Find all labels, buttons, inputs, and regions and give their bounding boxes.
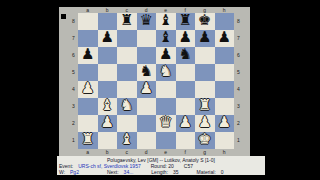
square-a1: ♜	[78, 132, 98, 149]
file-label-a: a	[78, 149, 98, 155]
square-c5	[117, 64, 137, 81]
rank-label-7: 7	[70, 30, 77, 47]
rank-label-8: 8	[70, 13, 77, 30]
chess-board: ♜♛♝♜♚♟♝♟♟♟♟♟♞♞♞♟♟♝♞♜♟♛♟♟♟♜♝♚	[78, 13, 234, 149]
square-c6	[117, 47, 137, 64]
rank-label-2: 2	[70, 115, 77, 132]
black-pawn-b7: ♟	[101, 30, 114, 45]
black-pawn-h7: ♟	[218, 30, 231, 45]
rank-labels-left: 87654321	[70, 13, 77, 149]
rank-labels-right: 87654321	[235, 13, 242, 149]
file-labels-bottom: abcdefgh	[78, 149, 234, 155]
black-rook-f8: ♜	[179, 13, 192, 28]
rank-label-8: 8	[235, 13, 242, 30]
square-e2: ♛	[156, 115, 176, 132]
square-d7	[137, 30, 157, 47]
black-pawn-g7: ♟	[198, 30, 211, 45]
white-rook-g3: ♜	[198, 98, 211, 113]
black-knight-d5: ♞	[140, 64, 153, 79]
status-line: W:Pg2Next:34...Length:35Material:0	[57, 169, 265, 175]
black-king-g8: ♚	[198, 13, 211, 28]
file-label-g: g	[195, 149, 215, 155]
square-b1	[98, 132, 118, 149]
file-label-f: f	[176, 149, 196, 155]
square-f4	[176, 81, 196, 98]
square-c1: ♝	[117, 132, 137, 149]
black-pawn-f7: ♟	[179, 30, 192, 45]
square-d4: ♟	[137, 81, 157, 98]
square-a4: ♟	[78, 81, 98, 98]
square-a8	[78, 13, 98, 30]
black-to-move-indicator	[61, 14, 66, 19]
rank-label-6: 6	[70, 47, 77, 64]
square-g6	[195, 47, 215, 64]
square-h7: ♟	[215, 30, 235, 47]
square-g7: ♟	[195, 30, 215, 47]
white-bishop-c1: ♝	[120, 132, 133, 147]
material-value: 0	[221, 169, 224, 175]
rank-label-3: 3	[70, 98, 77, 115]
square-c7	[117, 30, 137, 47]
white-pawn-h2: ♟	[218, 115, 231, 130]
rank-label-4: 4	[235, 81, 242, 98]
white-pawn-f2: ♟	[179, 115, 192, 130]
next-label: Next:	[107, 169, 119, 175]
square-c8: ♜	[117, 13, 137, 30]
file-label-e: e	[156, 149, 176, 155]
square-d2	[137, 115, 157, 132]
square-d1	[137, 132, 157, 149]
black-pawn-a6: ♟	[81, 47, 94, 62]
square-f5	[176, 64, 196, 81]
rank-label-2: 2	[235, 115, 242, 132]
rank-label-1: 1	[235, 132, 242, 149]
square-b2: ♟	[98, 115, 118, 132]
white-pawn-g2: ♟	[198, 115, 211, 130]
square-b5	[98, 64, 118, 81]
file-label-d: d	[137, 149, 157, 155]
white-label: W:	[59, 169, 65, 175]
square-e5: ♞	[156, 64, 176, 81]
square-a6: ♟	[78, 47, 98, 64]
caption-panel: Polugaevsky, Lev [GM] -- Lutikov, Anatol…	[57, 156, 265, 175]
rank-label-7: 7	[235, 30, 242, 47]
black-rook-c8: ♜	[120, 13, 133, 28]
file-label-c: c	[117, 149, 137, 155]
square-a3	[78, 98, 98, 115]
rank-label-5: 5	[235, 64, 242, 81]
rank-label-1: 1	[70, 132, 77, 149]
white-pawn-d4: ♟	[140, 81, 153, 96]
square-b7: ♟	[98, 30, 118, 47]
black-knight-f6: ♞	[179, 47, 192, 62]
file-label-h: h	[215, 149, 235, 155]
square-e4	[156, 81, 176, 98]
square-f2: ♟	[176, 115, 196, 132]
square-h1	[215, 132, 235, 149]
square-b6	[98, 47, 118, 64]
white-knight-e5: ♞	[159, 64, 172, 79]
white-knight-c3: ♞	[120, 98, 133, 113]
square-h4	[215, 81, 235, 98]
rank-label-5: 5	[70, 64, 77, 81]
square-d8: ♛	[137, 13, 157, 30]
rank-label-3: 3	[235, 98, 242, 115]
length-value: 35	[173, 169, 179, 175]
white-king-g1: ♚	[198, 132, 211, 147]
black-queen-d8: ♛	[140, 13, 153, 28]
white-queen-e2: ♛	[159, 115, 172, 130]
rank-label-4: 4	[70, 81, 77, 98]
square-c3: ♞	[117, 98, 137, 115]
file-label-b: b	[98, 149, 118, 155]
square-h5	[215, 64, 235, 81]
length-label: Length:	[151, 169, 168, 175]
black-bishop-e8: ♝	[159, 13, 172, 28]
next-value: 34...	[124, 169, 134, 175]
black-bishop-e7: ♝	[159, 30, 172, 45]
rank-label-6: 6	[235, 47, 242, 64]
square-g5	[195, 64, 215, 81]
square-f6: ♞	[176, 47, 196, 64]
square-h6	[215, 47, 235, 64]
white-rook-a1: ♜	[81, 132, 94, 147]
material-label: Material:	[197, 169, 216, 175]
square-e1	[156, 132, 176, 149]
square-d3	[137, 98, 157, 115]
white-pawn-a4: ♟	[81, 81, 94, 96]
white-value: Pg2	[70, 169, 79, 175]
square-h2: ♟	[215, 115, 235, 132]
square-g1: ♚	[195, 132, 215, 149]
square-f1	[176, 132, 196, 149]
board-panel: abcdefgh abcdefgh 87654321 87654321 ♜♛♝♜…	[59, 7, 250, 157]
white-bishop-b3: ♝	[101, 98, 114, 113]
black-pawn-e6: ♟	[159, 47, 172, 62]
white-pawn-b2: ♟	[101, 115, 114, 130]
